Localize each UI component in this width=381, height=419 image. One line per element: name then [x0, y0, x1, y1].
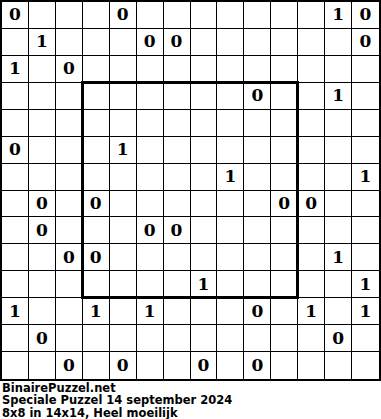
cell-r10c11[interactable]	[271, 244, 298, 271]
cell-r5c6[interactable]	[137, 110, 164, 137]
cell-r8c12-given: 0	[298, 191, 325, 218]
cell-r2c13[interactable]	[325, 29, 352, 56]
cell-r14c4[interactable]	[83, 352, 110, 379]
cell-r2c7-given: 0	[164, 29, 191, 56]
cell-r8c8[interactable]	[191, 191, 218, 218]
cell-r14c7[interactable]	[164, 352, 191, 379]
cell-r4c3[interactable]	[56, 83, 83, 110]
footer: BinairePuzzel.net Speciale Puzzel 14 sep…	[0, 381, 381, 419]
cell-r7c9-given: 1	[217, 164, 244, 191]
puzzle-title: Speciale Puzzel 14 september 2024	[2, 394, 379, 406]
cell-r12c3[interactable]	[56, 298, 83, 325]
cell-r12c6-given: 1	[137, 298, 164, 325]
cell-r10c5[interactable]	[110, 244, 137, 271]
cell-r1c3[interactable]	[56, 2, 83, 29]
cell-r14c3-given: 0	[56, 352, 83, 379]
cell-r10c1[interactable]	[2, 244, 29, 271]
cell-r4c10-given: 0	[244, 83, 271, 110]
cell-r13c14[interactable]	[352, 325, 379, 352]
cell-r14c12[interactable]	[298, 352, 325, 379]
cell-r12c12-given: 1	[298, 298, 325, 325]
cell-r10c13-given: 1	[325, 244, 352, 271]
cell-r4c14[interactable]	[352, 83, 379, 110]
cell-r4c5[interactable]	[110, 83, 137, 110]
cell-r11c14-given: 1	[352, 271, 379, 298]
cell-r12c7[interactable]	[164, 298, 191, 325]
cell-r7c11[interactable]	[271, 164, 298, 191]
cell-r8c14[interactable]	[352, 191, 379, 218]
cell-r7c3[interactable]	[56, 164, 83, 191]
cell-r9c5[interactable]	[110, 217, 137, 244]
cell-r5c13[interactable]	[325, 110, 352, 137]
cell-r3c14[interactable]	[352, 56, 379, 83]
cell-r6c2[interactable]	[29, 137, 56, 164]
cell-r9c3[interactable]	[56, 217, 83, 244]
cell-r2c5[interactable]	[110, 29, 137, 56]
cell-r3c8[interactable]	[191, 56, 218, 83]
cell-r14c9[interactable]	[217, 352, 244, 379]
cell-r11c13[interactable]	[325, 271, 352, 298]
cell-r2c2-given: 1	[29, 29, 56, 56]
cell-r9c9[interactable]	[217, 217, 244, 244]
cell-r1c13-given: 1	[325, 2, 352, 29]
cell-r10c10[interactable]	[244, 244, 271, 271]
cell-r5c7[interactable]	[164, 110, 191, 137]
cell-r11c6[interactable]	[137, 271, 164, 298]
cell-r3c11[interactable]	[271, 56, 298, 83]
cell-r5c14[interactable]	[352, 110, 379, 137]
cell-r3c6[interactable]	[137, 56, 164, 83]
cell-r1c7[interactable]	[164, 2, 191, 29]
cell-r9c14[interactable]	[352, 217, 379, 244]
cell-r2c8[interactable]	[191, 29, 218, 56]
cell-r3c12[interactable]	[298, 56, 325, 83]
cell-r6c4[interactable]	[83, 137, 110, 164]
cell-r8c13[interactable]	[325, 191, 352, 218]
cell-r10c3-given: 0	[56, 244, 83, 271]
cell-r4c11[interactable]	[271, 83, 298, 110]
cell-r3c9[interactable]	[217, 56, 244, 83]
cell-r2c6-given: 0	[137, 29, 164, 56]
cell-r13c13-given: 0	[325, 325, 352, 352]
puzzle-info: 8x8 in 14x14, Heel moeilijk	[2, 407, 379, 419]
cell-r10c7[interactable]	[164, 244, 191, 271]
cell-r14c10-given: 0	[244, 352, 271, 379]
cell-r10c12[interactable]	[298, 244, 325, 271]
cell-r9c2-given: 0	[29, 217, 56, 244]
cell-r3c7[interactable]	[164, 56, 191, 83]
cell-r14c13[interactable]	[325, 352, 352, 379]
cell-r3c13[interactable]	[325, 56, 352, 83]
cell-r4c9[interactable]	[217, 83, 244, 110]
cell-r8c10[interactable]	[244, 191, 271, 218]
cell-r3c1-given: 1	[2, 56, 29, 83]
cell-r12c2[interactable]	[29, 298, 56, 325]
cell-r13c5[interactable]	[110, 325, 137, 352]
cell-r9c11[interactable]	[271, 217, 298, 244]
cell-r12c1-given: 1	[2, 298, 29, 325]
cell-r14c8-given: 0	[191, 352, 218, 379]
cell-r13c3[interactable]	[56, 325, 83, 352]
cell-r14c14[interactable]	[352, 352, 379, 379]
cell-r14c2[interactable]	[29, 352, 56, 379]
cell-r11c9[interactable]	[217, 271, 244, 298]
cell-r5c9[interactable]	[217, 110, 244, 137]
cell-r7c13[interactable]	[325, 164, 352, 191]
cell-r1c14-given: 0	[352, 2, 379, 29]
cell-r2c14-given: 0	[352, 29, 379, 56]
cell-r5c2[interactable]	[29, 110, 56, 137]
cell-r5c10[interactable]	[244, 110, 271, 137]
cell-r8c6[interactable]	[137, 191, 164, 218]
cell-r13c2-given: 0	[29, 325, 56, 352]
cell-r4c4[interactable]	[83, 83, 110, 110]
cell-r7c12[interactable]	[298, 164, 325, 191]
cell-r13c11[interactable]	[271, 325, 298, 352]
cell-r11c7[interactable]	[164, 271, 191, 298]
cell-r11c10[interactable]	[244, 271, 271, 298]
cell-r1c2[interactable]	[29, 2, 56, 29]
cell-r6c9[interactable]	[217, 137, 244, 164]
puzzle-board: 0010100010010111000000000111111011000000	[0, 0, 381, 381]
cell-r7c14-given: 1	[352, 164, 379, 191]
cell-r1c10[interactable]	[244, 2, 271, 29]
cell-r6c10[interactable]	[244, 137, 271, 164]
cell-r13c6[interactable]	[137, 325, 164, 352]
cell-r2c10[interactable]	[244, 29, 271, 56]
cell-r2c9[interactable]	[217, 29, 244, 56]
cell-r9c13[interactable]	[325, 217, 352, 244]
cell-r7c1[interactable]	[2, 164, 29, 191]
cell-r11c1[interactable]	[2, 271, 29, 298]
cell-r4c13-given: 1	[325, 83, 352, 110]
cell-r7c8[interactable]	[191, 164, 218, 191]
cell-r6c6[interactable]	[137, 137, 164, 164]
cell-r8c7[interactable]	[164, 191, 191, 218]
cell-r6c1-given: 0	[2, 137, 29, 164]
cell-r10c9[interactable]	[217, 244, 244, 271]
cell-r13c4[interactable]	[83, 325, 110, 352]
cell-r7c4[interactable]	[83, 164, 110, 191]
cell-r9c6-given: 0	[137, 217, 164, 244]
cell-r12c5[interactable]	[110, 298, 137, 325]
cell-r12c14-given: 1	[352, 298, 379, 325]
cell-r12c10-given: 0	[244, 298, 271, 325]
cell-r13c8[interactable]	[191, 325, 218, 352]
cell-r11c3[interactable]	[56, 271, 83, 298]
cell-r5c1[interactable]	[2, 110, 29, 137]
cell-r14c5-given: 0	[110, 352, 137, 379]
cell-r7c10[interactable]	[244, 164, 271, 191]
cell-r9c10[interactable]	[244, 217, 271, 244]
cell-r13c9[interactable]	[217, 325, 244, 352]
cell-r4c2[interactable]	[29, 83, 56, 110]
cell-r7c7[interactable]	[164, 164, 191, 191]
cell-r9c8[interactable]	[191, 217, 218, 244]
cell-r6c3[interactable]	[56, 137, 83, 164]
cell-r6c14[interactable]	[352, 137, 379, 164]
cell-r8c1[interactable]	[2, 191, 29, 218]
cell-r10c4-given: 0	[83, 244, 110, 271]
cell-r4c12[interactable]	[298, 83, 325, 110]
cell-r8c5[interactable]	[110, 191, 137, 218]
cell-r6c12[interactable]	[298, 137, 325, 164]
cell-r3c2[interactable]	[29, 56, 56, 83]
cell-r7c6[interactable]	[137, 164, 164, 191]
cell-r12c11[interactable]	[271, 298, 298, 325]
cell-r8c3[interactable]	[56, 191, 83, 218]
cell-r9c7-given: 0	[164, 217, 191, 244]
cell-r10c14[interactable]	[352, 244, 379, 271]
cell-r6c8[interactable]	[191, 137, 218, 164]
cell-r6c7[interactable]	[164, 137, 191, 164]
cell-r1c5-given: 0	[110, 2, 137, 29]
cell-r7c5[interactable]	[110, 164, 137, 191]
cell-r4c1[interactable]	[2, 83, 29, 110]
cell-r11c12[interactable]	[298, 271, 325, 298]
cell-r3c3-given: 0	[56, 56, 83, 83]
cell-r11c8-given: 1	[191, 271, 218, 298]
cell-r11c5[interactable]	[110, 271, 137, 298]
cell-r4c6[interactable]	[137, 83, 164, 110]
cell-r3c10[interactable]	[244, 56, 271, 83]
cell-r1c9[interactable]	[217, 2, 244, 29]
cell-r6c13[interactable]	[325, 137, 352, 164]
cell-r12c4-given: 1	[83, 298, 110, 325]
cell-r9c4[interactable]	[83, 217, 110, 244]
cell-r6c5-given: 1	[110, 137, 137, 164]
cell-r6c11[interactable]	[271, 137, 298, 164]
cell-r1c11[interactable]	[271, 2, 298, 29]
cell-r1c1-given: 0	[2, 2, 29, 29]
cell-r8c4-given: 0	[83, 191, 110, 218]
cell-r10c6[interactable]	[137, 244, 164, 271]
cell-r9c1[interactable]	[2, 217, 29, 244]
cell-r1c12[interactable]	[298, 2, 325, 29]
cell-r2c3[interactable]	[56, 29, 83, 56]
cell-r8c9[interactable]	[217, 191, 244, 218]
cell-r1c4[interactable]	[83, 2, 110, 29]
cell-r2c4[interactable]	[83, 29, 110, 56]
cell-r8c11-given: 0	[271, 191, 298, 218]
cell-r5c12[interactable]	[298, 110, 325, 137]
cell-r14c1[interactable]	[2, 352, 29, 379]
cell-r13c12[interactable]	[298, 325, 325, 352]
cell-r12c8[interactable]	[191, 298, 218, 325]
cell-r14c6[interactable]	[137, 352, 164, 379]
cell-r10c2[interactable]	[29, 244, 56, 271]
cell-r5c4[interactable]	[83, 110, 110, 137]
cell-r12c9[interactable]	[217, 298, 244, 325]
cell-r13c7[interactable]	[164, 325, 191, 352]
cell-r1c6[interactable]	[137, 2, 164, 29]
cell-r2c11[interactable]	[271, 29, 298, 56]
cell-r5c5[interactable]	[110, 110, 137, 137]
cell-r11c4[interactable]	[83, 271, 110, 298]
cell-r4c8[interactable]	[191, 83, 218, 110]
cell-r10c8[interactable]	[191, 244, 218, 271]
cell-r14c11[interactable]	[271, 352, 298, 379]
cell-r11c11[interactable]	[271, 271, 298, 298]
cell-r9c12[interactable]	[298, 217, 325, 244]
cell-r5c11[interactable]	[271, 110, 298, 137]
cell-r4c7[interactable]	[164, 83, 191, 110]
cell-r3c4[interactable]	[83, 56, 110, 83]
cell-r11c2[interactable]	[29, 271, 56, 298]
cell-r2c1[interactable]	[2, 29, 29, 56]
cell-r8c2-given: 0	[29, 191, 56, 218]
cell-r3c5[interactable]	[110, 56, 137, 83]
cell-r5c8[interactable]	[191, 110, 218, 137]
cell-r13c1[interactable]	[2, 325, 29, 352]
cell-r2c12[interactable]	[298, 29, 325, 56]
cell-r13c10[interactable]	[244, 325, 271, 352]
cell-r5c3[interactable]	[56, 110, 83, 137]
cell-r12c13[interactable]	[325, 298, 352, 325]
cell-r1c8[interactable]	[191, 2, 218, 29]
cell-r7c2[interactable]	[29, 164, 56, 191]
